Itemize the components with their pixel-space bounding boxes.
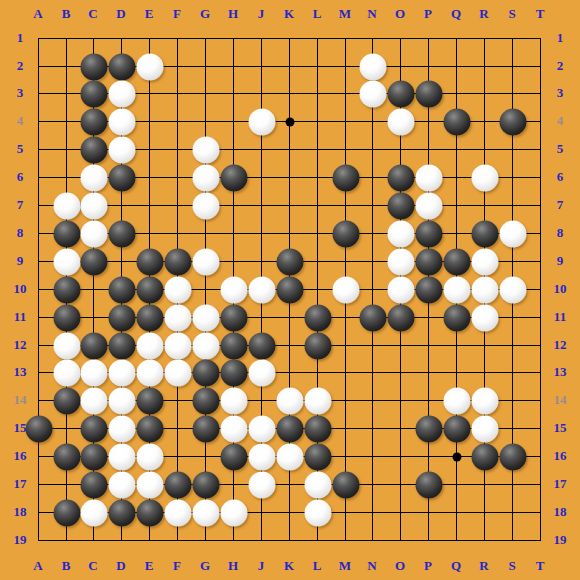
white-stone-G9[interactable] bbox=[192, 248, 219, 275]
white-stone-D14[interactable] bbox=[108, 387, 135, 414]
black-stone-E15[interactable] bbox=[136, 415, 163, 442]
column-label-bottom: R bbox=[479, 558, 488, 574]
black-stone-C3[interactable] bbox=[80, 80, 107, 107]
white-stone-M10[interactable] bbox=[332, 276, 359, 303]
column-label-top: C bbox=[88, 6, 97, 22]
row-label-left: 1 bbox=[17, 30, 24, 46]
white-stone-D17[interactable] bbox=[108, 471, 135, 498]
row-label-left: 12 bbox=[14, 337, 27, 353]
row-label-left: 2 bbox=[17, 58, 24, 74]
column-label-bottom: A bbox=[33, 558, 42, 574]
white-stone-B13[interactable] bbox=[53, 359, 80, 386]
black-stone-H13[interactable] bbox=[220, 359, 247, 386]
white-stone-K16[interactable] bbox=[276, 443, 303, 470]
black-stone-C4[interactable] bbox=[80, 108, 107, 135]
white-stone-O10[interactable] bbox=[387, 276, 414, 303]
black-stone-M6[interactable] bbox=[332, 164, 359, 191]
white-stone-D4[interactable] bbox=[108, 108, 135, 135]
white-stone-D5[interactable] bbox=[108, 136, 135, 163]
column-label-top: R bbox=[479, 6, 488, 22]
column-label-bottom: E bbox=[145, 558, 154, 574]
column-label-top: Q bbox=[451, 6, 461, 22]
white-stone-E17[interactable] bbox=[136, 471, 163, 498]
black-stone-G17[interactable] bbox=[192, 471, 219, 498]
white-stone-H18[interactable] bbox=[220, 499, 247, 526]
white-stone-J16[interactable] bbox=[248, 443, 275, 470]
column-label-bottom: K bbox=[284, 558, 294, 574]
white-stone-E16[interactable] bbox=[136, 443, 163, 470]
column-label-top: M bbox=[339, 6, 351, 22]
row-label-left: 9 bbox=[17, 253, 24, 269]
row-label-right: 9 bbox=[557, 253, 564, 269]
black-stone-E11[interactable] bbox=[136, 304, 163, 331]
column-label-bottom: O bbox=[395, 558, 405, 574]
black-stone-O6[interactable] bbox=[387, 164, 414, 191]
white-stone-G7[interactable] bbox=[192, 192, 219, 219]
white-stone-R11[interactable] bbox=[471, 304, 498, 331]
column-label-bottom: Q bbox=[451, 558, 461, 574]
white-stone-P6[interactable] bbox=[415, 164, 442, 191]
black-stone-O11[interactable] bbox=[387, 304, 414, 331]
white-stone-R9[interactable] bbox=[471, 248, 498, 275]
column-label-top: D bbox=[116, 6, 125, 22]
column-label-top: B bbox=[62, 6, 71, 22]
column-label-bottom: M bbox=[339, 558, 351, 574]
white-stone-H15[interactable] bbox=[220, 415, 247, 442]
black-stone-P9[interactable] bbox=[415, 248, 442, 275]
black-stone-M8[interactable] bbox=[332, 220, 359, 247]
column-label-top: A bbox=[33, 6, 42, 22]
black-stone-G15[interactable] bbox=[192, 415, 219, 442]
white-stone-R14[interactable] bbox=[471, 387, 498, 414]
black-stone-C5[interactable] bbox=[80, 136, 107, 163]
black-stone-P8[interactable] bbox=[415, 220, 442, 247]
white-stone-R10[interactable] bbox=[471, 276, 498, 303]
black-stone-E18[interactable] bbox=[136, 499, 163, 526]
column-label-bottom: L bbox=[313, 558, 322, 574]
go-board[interactable]: AA11BB22CC33DD44EE55FF66GG77HH88JJ99KK10… bbox=[0, 0, 580, 580]
white-stone-G11[interactable] bbox=[192, 304, 219, 331]
white-stone-H14[interactable] bbox=[220, 387, 247, 414]
row-label-right: 3 bbox=[557, 85, 564, 101]
row-label-right: 18 bbox=[554, 504, 567, 520]
white-stone-C13[interactable] bbox=[80, 359, 107, 386]
black-stone-B10[interactable] bbox=[53, 276, 80, 303]
grid-vline bbox=[540, 38, 541, 541]
black-stone-L16[interactable] bbox=[304, 443, 331, 470]
white-stone-C18[interactable] bbox=[80, 499, 107, 526]
black-stone-C15[interactable] bbox=[80, 415, 107, 442]
black-stone-N11[interactable] bbox=[359, 304, 386, 331]
grid-hline bbox=[38, 540, 541, 541]
black-stone-K10[interactable] bbox=[276, 276, 303, 303]
white-stone-G12[interactable] bbox=[192, 332, 219, 359]
column-label-bottom: D bbox=[116, 558, 125, 574]
column-label-top: T bbox=[536, 6, 545, 22]
black-stone-Q9[interactable] bbox=[443, 248, 470, 275]
column-label-top: O bbox=[395, 6, 405, 22]
row-label-left: 16 bbox=[14, 448, 27, 464]
black-stone-H12[interactable] bbox=[220, 332, 247, 359]
row-label-left: 18 bbox=[14, 504, 27, 520]
black-stone-R8[interactable] bbox=[471, 220, 498, 247]
white-stone-D13[interactable] bbox=[108, 359, 135, 386]
star-point-Q16 bbox=[452, 452, 461, 461]
white-stone-B12[interactable] bbox=[53, 332, 80, 359]
row-label-left: 14 bbox=[14, 392, 27, 408]
white-stone-O8[interactable] bbox=[387, 220, 414, 247]
column-label-top: E bbox=[145, 6, 154, 22]
black-stone-B18[interactable] bbox=[53, 499, 80, 526]
row-label-right: 2 bbox=[557, 58, 564, 74]
column-label-top: K bbox=[284, 6, 294, 22]
black-stone-O3[interactable] bbox=[387, 80, 414, 107]
black-stone-C9[interactable] bbox=[80, 248, 107, 275]
row-label-left: 5 bbox=[17, 141, 24, 157]
white-stone-G18[interactable] bbox=[192, 499, 219, 526]
column-label-bottom: B bbox=[62, 558, 71, 574]
white-stone-C6[interactable] bbox=[80, 164, 107, 191]
white-stone-J10[interactable] bbox=[248, 276, 275, 303]
white-stone-D16[interactable] bbox=[108, 443, 135, 470]
black-stone-D10[interactable] bbox=[108, 276, 135, 303]
black-stone-D6[interactable] bbox=[108, 164, 135, 191]
white-stone-Q10[interactable] bbox=[443, 276, 470, 303]
row-label-right: 6 bbox=[557, 169, 564, 185]
black-stone-D11[interactable] bbox=[108, 304, 135, 331]
white-stone-G6[interactable] bbox=[192, 164, 219, 191]
black-stone-J12[interactable] bbox=[248, 332, 275, 359]
white-stone-J17[interactable] bbox=[248, 471, 275, 498]
black-stone-P15[interactable] bbox=[415, 415, 442, 442]
white-stone-J13[interactable] bbox=[248, 359, 275, 386]
row-label-right: 17 bbox=[554, 476, 567, 492]
black-stone-P10[interactable] bbox=[415, 276, 442, 303]
black-stone-H11[interactable] bbox=[220, 304, 247, 331]
white-stone-O4[interactable] bbox=[387, 108, 414, 135]
black-stone-L11[interactable] bbox=[304, 304, 331, 331]
column-label-top: J bbox=[258, 6, 265, 22]
white-stone-J15[interactable] bbox=[248, 415, 275, 442]
row-label-right: 19 bbox=[554, 532, 567, 548]
row-label-left: 10 bbox=[14, 281, 27, 297]
column-label-top: L bbox=[313, 6, 322, 22]
black-stone-G13[interactable] bbox=[192, 359, 219, 386]
black-stone-Q15[interactable] bbox=[443, 415, 470, 442]
black-stone-C16[interactable] bbox=[80, 443, 107, 470]
black-stone-L12[interactable] bbox=[304, 332, 331, 359]
black-stone-K15[interactable] bbox=[276, 415, 303, 442]
black-stone-F17[interactable] bbox=[164, 471, 191, 498]
white-stone-C8[interactable] bbox=[80, 220, 107, 247]
row-label-right: 12 bbox=[554, 337, 567, 353]
white-stone-N2[interactable] bbox=[359, 53, 386, 80]
white-stone-H10[interactable] bbox=[220, 276, 247, 303]
black-stone-A15[interactable] bbox=[25, 415, 52, 442]
row-label-right: 8 bbox=[557, 225, 564, 241]
column-label-bottom: P bbox=[424, 558, 432, 574]
column-label-top: H bbox=[228, 6, 238, 22]
white-stone-B9[interactable] bbox=[53, 248, 80, 275]
white-stone-R6[interactable] bbox=[471, 164, 498, 191]
row-label-right: 5 bbox=[557, 141, 564, 157]
black-stone-S4[interactable] bbox=[499, 108, 526, 135]
row-label-left: 4 bbox=[17, 113, 24, 129]
star-point-K4 bbox=[285, 117, 294, 126]
black-stone-S16[interactable] bbox=[499, 443, 526, 470]
black-stone-B11[interactable] bbox=[53, 304, 80, 331]
row-label-right: 14 bbox=[554, 392, 567, 408]
black-stone-E10[interactable] bbox=[136, 276, 163, 303]
row-label-left: 17 bbox=[14, 476, 27, 492]
column-label-bottom: G bbox=[200, 558, 210, 574]
row-label-right: 7 bbox=[557, 197, 564, 213]
black-stone-H6[interactable] bbox=[220, 164, 247, 191]
white-stone-S8[interactable] bbox=[499, 220, 526, 247]
row-label-right: 13 bbox=[554, 364, 567, 380]
row-label-right: 1 bbox=[557, 30, 564, 46]
black-stone-Q4[interactable] bbox=[443, 108, 470, 135]
white-stone-Q14[interactable] bbox=[443, 387, 470, 414]
column-label-bottom: F bbox=[173, 558, 181, 574]
column-label-top: F bbox=[173, 6, 181, 22]
white-stone-D3[interactable] bbox=[108, 80, 135, 107]
column-label-bottom: J bbox=[258, 558, 265, 574]
black-stone-M17[interactable] bbox=[332, 471, 359, 498]
black-stone-K9[interactable] bbox=[276, 248, 303, 275]
white-stone-L17[interactable] bbox=[304, 471, 331, 498]
black-stone-D18[interactable] bbox=[108, 499, 135, 526]
white-stone-F18[interactable] bbox=[164, 499, 191, 526]
black-stone-F9[interactable] bbox=[164, 248, 191, 275]
white-stone-J4[interactable] bbox=[248, 108, 275, 135]
grid-vline bbox=[372, 38, 373, 541]
white-stone-E13[interactable] bbox=[136, 359, 163, 386]
black-stone-G14[interactable] bbox=[192, 387, 219, 414]
black-stone-L15[interactable] bbox=[304, 415, 331, 442]
black-stone-P17[interactable] bbox=[415, 471, 442, 498]
white-stone-G5[interactable] bbox=[192, 136, 219, 163]
black-stone-C2[interactable] bbox=[80, 53, 107, 80]
row-label-right: 15 bbox=[554, 420, 567, 436]
column-label-top: G bbox=[200, 6, 210, 22]
column-label-bottom: S bbox=[508, 558, 515, 574]
column-label-top: N bbox=[367, 6, 376, 22]
column-label-top: S bbox=[508, 6, 515, 22]
white-stone-O9[interactable] bbox=[387, 248, 414, 275]
row-label-left: 19 bbox=[14, 532, 27, 548]
column-label-bottom: N bbox=[367, 558, 376, 574]
black-stone-B14[interactable] bbox=[53, 387, 80, 414]
row-label-right: 16 bbox=[554, 448, 567, 464]
white-stone-L18[interactable] bbox=[304, 499, 331, 526]
row-label-right: 10 bbox=[554, 281, 567, 297]
white-stone-C14[interactable] bbox=[80, 387, 107, 414]
black-stone-Q11[interactable] bbox=[443, 304, 470, 331]
white-stone-B7[interactable] bbox=[53, 192, 80, 219]
row-label-left: 13 bbox=[14, 364, 27, 380]
black-stone-H16[interactable] bbox=[220, 443, 247, 470]
column-label-bottom: C bbox=[88, 558, 97, 574]
black-stone-O7[interactable] bbox=[387, 192, 414, 219]
black-stone-P3[interactable] bbox=[415, 80, 442, 107]
column-label-bottom: T bbox=[536, 558, 545, 574]
white-stone-F13[interactable] bbox=[164, 359, 191, 386]
white-stone-E12[interactable] bbox=[136, 332, 163, 359]
white-stone-F10[interactable] bbox=[164, 276, 191, 303]
row-label-left: 7 bbox=[17, 197, 24, 213]
white-stone-D15[interactable] bbox=[108, 415, 135, 442]
white-stone-P7[interactable] bbox=[415, 192, 442, 219]
white-stone-F11[interactable] bbox=[164, 304, 191, 331]
row-label-right: 4 bbox=[557, 113, 564, 129]
white-stone-S10[interactable] bbox=[499, 276, 526, 303]
white-stone-K14[interactable] bbox=[276, 387, 303, 414]
black-stone-B8[interactable] bbox=[53, 220, 80, 247]
black-stone-B16[interactable] bbox=[53, 443, 80, 470]
row-label-left: 8 bbox=[17, 225, 24, 241]
white-stone-C7[interactable] bbox=[80, 192, 107, 219]
black-stone-D8[interactable] bbox=[108, 220, 135, 247]
black-stone-R16[interactable] bbox=[471, 443, 498, 470]
column-label-bottom: H bbox=[228, 558, 238, 574]
black-stone-C12[interactable] bbox=[80, 332, 107, 359]
column-label-top: P bbox=[424, 6, 432, 22]
white-stone-E2[interactable] bbox=[136, 53, 163, 80]
black-stone-D12[interactable] bbox=[108, 332, 135, 359]
black-stone-D2[interactable] bbox=[108, 53, 135, 80]
black-stone-E9[interactable] bbox=[136, 248, 163, 275]
white-stone-N3[interactable] bbox=[359, 80, 386, 107]
black-stone-E14[interactable] bbox=[136, 387, 163, 414]
row-label-left: 3 bbox=[17, 85, 24, 101]
white-stone-L14[interactable] bbox=[304, 387, 331, 414]
black-stone-C17[interactable] bbox=[80, 471, 107, 498]
row-label-right: 11 bbox=[554, 309, 566, 325]
white-stone-R15[interactable] bbox=[471, 415, 498, 442]
row-label-left: 11 bbox=[14, 309, 26, 325]
row-label-left: 6 bbox=[17, 169, 24, 185]
white-stone-F12[interactable] bbox=[164, 332, 191, 359]
